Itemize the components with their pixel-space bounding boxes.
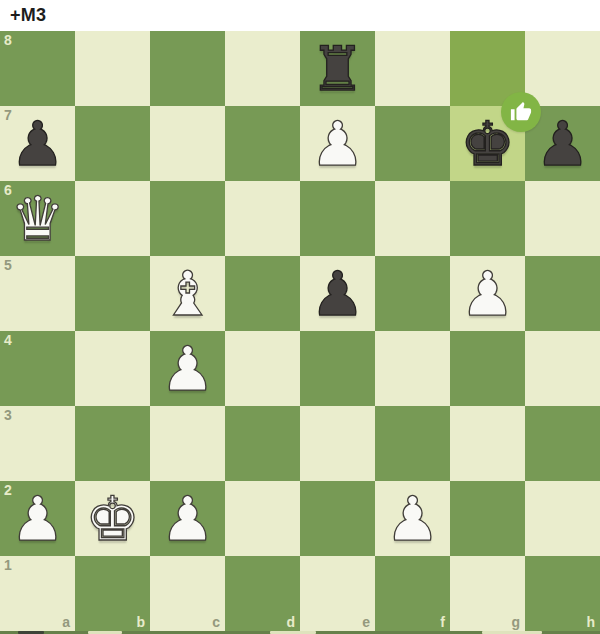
square-h1[interactable]: h bbox=[525, 556, 600, 631]
square-e1[interactable]: e bbox=[300, 556, 375, 631]
square-d6[interactable] bbox=[225, 181, 300, 256]
square-h8[interactable] bbox=[525, 31, 600, 106]
square-e2[interactable] bbox=[300, 481, 375, 556]
square-f5[interactable] bbox=[375, 256, 450, 331]
square-b1[interactable]: b bbox=[75, 556, 150, 631]
square-a5[interactable]: 5 bbox=[0, 256, 75, 331]
square-h6[interactable] bbox=[525, 181, 600, 256]
square-e7[interactable]: ♟ bbox=[300, 106, 375, 181]
square-h3[interactable] bbox=[525, 406, 600, 481]
file-label-g: g bbox=[511, 615, 520, 629]
rank-label-1: 1 bbox=[4, 558, 12, 572]
square-b6[interactable] bbox=[75, 181, 150, 256]
piece-black-rook[interactable]: ♜ bbox=[310, 31, 365, 106]
square-c2[interactable]: ♟ bbox=[150, 481, 225, 556]
square-a8[interactable]: 8 bbox=[0, 31, 75, 106]
square-d8[interactable] bbox=[225, 31, 300, 106]
rank-label-5: 5 bbox=[4, 258, 12, 272]
square-a7[interactable]: 7♟ bbox=[0, 106, 75, 181]
square-f1[interactable]: f bbox=[375, 556, 450, 631]
square-b3[interactable] bbox=[75, 406, 150, 481]
file-label-d: d bbox=[286, 615, 295, 629]
square-b2[interactable]: ♚ bbox=[75, 481, 150, 556]
piece-white-pawn[interactable]: ♟ bbox=[160, 331, 215, 406]
piece-white-pawn[interactable]: ♟ bbox=[385, 481, 440, 556]
square-e6[interactable] bbox=[300, 181, 375, 256]
square-h4[interactable] bbox=[525, 331, 600, 406]
rank-label-6: 6 bbox=[4, 183, 12, 197]
square-g4[interactable] bbox=[450, 331, 525, 406]
square-c4[interactable]: ♟ bbox=[150, 331, 225, 406]
square-a6[interactable]: 6♛ bbox=[0, 181, 75, 256]
piece-white-pawn[interactable]: ♟ bbox=[310, 106, 365, 181]
piece-white-pawn[interactable]: ♟ bbox=[160, 481, 215, 556]
square-c6[interactable] bbox=[150, 181, 225, 256]
rank-label-3: 3 bbox=[4, 408, 12, 422]
piece-black-pawn[interactable]: ♟ bbox=[10, 106, 65, 181]
piece-white-king[interactable]: ♚ bbox=[85, 481, 140, 556]
square-d5[interactable] bbox=[225, 256, 300, 331]
piece-white-bishop[interactable]: ♝ bbox=[160, 256, 215, 331]
evaluation-text: +M3 bbox=[0, 5, 46, 26]
file-label-e: e bbox=[362, 615, 370, 629]
rank-label-7: 7 bbox=[4, 108, 12, 122]
square-d4[interactable] bbox=[225, 331, 300, 406]
square-c5[interactable]: ♝ bbox=[150, 256, 225, 331]
piece-black-pawn[interactable]: ♟ bbox=[535, 106, 590, 181]
square-c8[interactable] bbox=[150, 31, 225, 106]
square-f2[interactable]: ♟ bbox=[375, 481, 450, 556]
piece-white-pawn[interactable]: ♟ bbox=[460, 256, 515, 331]
square-a4[interactable]: 4 bbox=[0, 331, 75, 406]
square-h2[interactable] bbox=[525, 481, 600, 556]
rank-label-8: 8 bbox=[4, 33, 12, 47]
square-h5[interactable] bbox=[525, 256, 600, 331]
square-f7[interactable] bbox=[375, 106, 450, 181]
square-f4[interactable] bbox=[375, 331, 450, 406]
square-b5[interactable] bbox=[75, 256, 150, 331]
square-g3[interactable] bbox=[450, 406, 525, 481]
square-e8[interactable]: ♜ bbox=[300, 31, 375, 106]
chess-board: 8♜7♟♟♚♟6♛5♝♟♟4♟32♟♚♟♟1abcdefgh bbox=[0, 31, 600, 631]
square-g5[interactable]: ♟ bbox=[450, 256, 525, 331]
square-g1[interactable]: g bbox=[450, 556, 525, 631]
square-b4[interactable] bbox=[75, 331, 150, 406]
good-move-badge bbox=[501, 92, 541, 132]
piece-white-pawn[interactable]: ♟ bbox=[10, 481, 65, 556]
square-d7[interactable] bbox=[225, 106, 300, 181]
square-g6[interactable] bbox=[450, 181, 525, 256]
rank-label-2: 2 bbox=[4, 483, 12, 497]
evaluation-bar: +M3 bbox=[0, 0, 600, 31]
square-b8[interactable] bbox=[75, 31, 150, 106]
file-label-c: c bbox=[212, 615, 220, 629]
piece-black-pawn[interactable]: ♟ bbox=[310, 256, 365, 331]
square-a3[interactable]: 3 bbox=[0, 406, 75, 481]
square-e3[interactable] bbox=[300, 406, 375, 481]
square-c7[interactable] bbox=[150, 106, 225, 181]
square-g2[interactable] bbox=[450, 481, 525, 556]
file-label-h: h bbox=[586, 615, 595, 629]
square-d1[interactable]: d bbox=[225, 556, 300, 631]
thumbs-up-icon bbox=[510, 101, 532, 123]
square-c3[interactable] bbox=[150, 406, 225, 481]
square-e4[interactable] bbox=[300, 331, 375, 406]
square-d3[interactable] bbox=[225, 406, 300, 481]
square-b7[interactable] bbox=[75, 106, 150, 181]
file-label-a: a bbox=[62, 615, 70, 629]
square-d2[interactable] bbox=[225, 481, 300, 556]
file-label-b: b bbox=[136, 615, 145, 629]
square-c1[interactable]: c bbox=[150, 556, 225, 631]
file-label-f: f bbox=[440, 615, 445, 629]
square-f8[interactable] bbox=[375, 31, 450, 106]
rank-label-4: 4 bbox=[4, 333, 12, 347]
square-f6[interactable] bbox=[375, 181, 450, 256]
square-f3[interactable] bbox=[375, 406, 450, 481]
square-e5[interactable]: ♟ bbox=[300, 256, 375, 331]
piece-white-queen[interactable]: ♛ bbox=[10, 181, 65, 256]
square-a1[interactable]: 1a bbox=[0, 556, 75, 631]
square-a2[interactable]: 2♟ bbox=[0, 481, 75, 556]
